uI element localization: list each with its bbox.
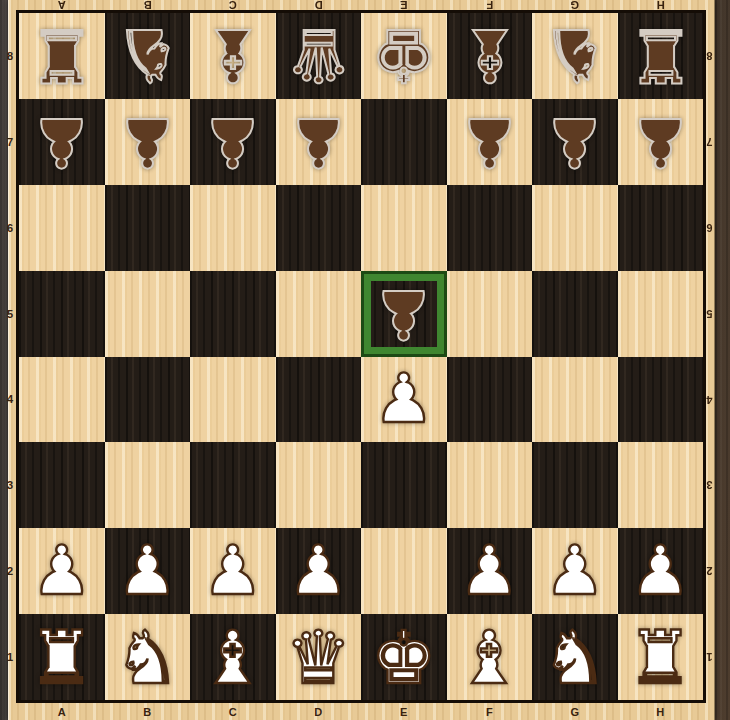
square-h8[interactable]: ♜ xyxy=(618,13,704,99)
piece-white-pawn-e4[interactable]: ♟ xyxy=(373,365,434,433)
piece-white-pawn-b2[interactable]: ♟ xyxy=(117,537,178,605)
file-label-bottom-g: G xyxy=(532,703,618,720)
piece-white-bishop-c1[interactable]: ♝ xyxy=(200,621,265,694)
piece-white-pawn-g2[interactable]: ♟ xyxy=(544,537,605,605)
rank-label-left-8: 8 xyxy=(4,13,16,99)
square-g4[interactable] xyxy=(532,357,618,443)
file-label-top-c: C xyxy=(190,0,276,10)
chess-board: ♜♞♝♛♚♝♞♜♟♟♟♟♟♟♟♟♟♟♟♟♟♟♟♟♜♞♝♛♚♝♞♜ xyxy=(19,13,703,700)
file-labels-top: ABCDEFGH xyxy=(19,0,703,10)
square-a5[interactable] xyxy=(19,271,105,357)
square-f7[interactable]: ♟ xyxy=(447,99,533,185)
square-d2[interactable]: ♟ xyxy=(276,528,362,614)
square-a6[interactable] xyxy=(19,185,105,271)
piece-white-pawn-a2[interactable]: ♟ xyxy=(31,537,92,605)
file-label-bottom-c: C xyxy=(190,703,276,720)
board-border: ♜♞♝♛♚♝♞♜♟♟♟♟♟♟♟♟♟♟♟♟♟♟♟♟♜♞♝♛♚♝♞♜ xyxy=(16,10,706,703)
file-label-top-d: D xyxy=(276,0,362,10)
square-a7[interactable]: ♟ xyxy=(19,99,105,185)
piece-black-knight-g8[interactable]: ♞ xyxy=(542,19,607,92)
square-b8[interactable]: ♞ xyxy=(105,13,191,99)
rank-label-left-3: 3 xyxy=(4,442,16,528)
file-label-bottom-b: B xyxy=(105,703,191,720)
square-c5[interactable] xyxy=(190,271,276,357)
file-label-bottom-a: A xyxy=(19,703,105,720)
square-e7[interactable] xyxy=(361,99,447,185)
square-h5[interactable] xyxy=(618,271,704,357)
piece-black-pawn-a7[interactable]: ♟ xyxy=(31,108,92,176)
rank-label-left-5: 5 xyxy=(4,271,16,357)
square-h3[interactable] xyxy=(618,442,704,528)
file-label-top-g: G xyxy=(532,0,618,10)
piece-black-rook-a8[interactable]: ♜ xyxy=(29,19,94,92)
square-a4[interactable] xyxy=(19,357,105,443)
square-c1[interactable]: ♝ xyxy=(190,614,276,700)
square-g3[interactable] xyxy=(532,442,618,528)
rank-label-left-6: 6 xyxy=(4,185,16,271)
chess-app-background: ABCDEFGH ABCDEFGH 87654321 87654321 ♜♞♝♛… xyxy=(0,0,730,720)
square-c3[interactable] xyxy=(190,442,276,528)
piece-white-knight-g1[interactable]: ♞ xyxy=(542,621,607,694)
square-d5[interactable] xyxy=(276,271,362,357)
square-d1[interactable]: ♛ xyxy=(276,614,362,700)
square-h1[interactable]: ♜ xyxy=(618,614,704,700)
square-f4[interactable] xyxy=(447,357,533,443)
square-g5[interactable] xyxy=(532,271,618,357)
piece-black-pawn-d7[interactable]: ♟ xyxy=(288,108,349,176)
square-g1[interactable]: ♞ xyxy=(532,614,618,700)
piece-black-bishop-f8[interactable]: ♝ xyxy=(457,19,522,92)
piece-white-pawn-f2[interactable]: ♟ xyxy=(459,537,520,605)
piece-black-knight-b8[interactable]: ♞ xyxy=(115,19,180,92)
file-label-bottom-e: E xyxy=(361,703,447,720)
square-f2[interactable]: ♟ xyxy=(447,528,533,614)
square-c6[interactable] xyxy=(190,185,276,271)
rank-label-left-4: 4 xyxy=(4,357,16,443)
square-e8[interactable]: ♚ xyxy=(361,13,447,99)
rank-label-left-1: 1 xyxy=(4,614,16,700)
square-a3[interactable] xyxy=(19,442,105,528)
square-e1[interactable]: ♚ xyxy=(361,614,447,700)
square-a1[interactable]: ♜ xyxy=(19,614,105,700)
file-label-bottom-d: D xyxy=(276,703,362,720)
square-e6[interactable] xyxy=(361,185,447,271)
square-b5[interactable] xyxy=(105,271,191,357)
square-h4[interactable] xyxy=(618,357,704,443)
square-b7[interactable]: ♟ xyxy=(105,99,191,185)
square-c8[interactable]: ♝ xyxy=(190,13,276,99)
square-f1[interactable]: ♝ xyxy=(447,614,533,700)
piece-white-pawn-c2[interactable]: ♟ xyxy=(202,537,263,605)
piece-black-pawn-b7[interactable]: ♟ xyxy=(117,108,178,176)
piece-black-pawn-e5[interactable]: ♟ xyxy=(373,280,434,348)
square-f6[interactable] xyxy=(447,185,533,271)
square-d7[interactable]: ♟ xyxy=(276,99,362,185)
square-h6[interactable] xyxy=(618,185,704,271)
square-a8[interactable]: ♜ xyxy=(19,13,105,99)
square-d6[interactable] xyxy=(276,185,362,271)
square-e5[interactable]: ♟ xyxy=(361,271,447,357)
square-b1[interactable]: ♞ xyxy=(105,614,191,700)
square-e4[interactable]: ♟ xyxy=(361,357,447,443)
file-label-top-b: B xyxy=(105,0,191,10)
piece-black-pawn-f7[interactable]: ♟ xyxy=(459,108,520,176)
square-d8[interactable]: ♛ xyxy=(276,13,362,99)
square-g7[interactable]: ♟ xyxy=(532,99,618,185)
piece-black-rook-h8[interactable]: ♜ xyxy=(628,19,693,92)
file-label-bottom-f: F xyxy=(447,703,533,720)
piece-black-pawn-h7[interactable]: ♟ xyxy=(630,108,691,176)
piece-white-bishop-f1[interactable]: ♝ xyxy=(457,621,522,694)
square-a2[interactable]: ♟ xyxy=(19,528,105,614)
piece-white-king-e1[interactable]: ♚ xyxy=(371,621,436,694)
square-d3[interactable] xyxy=(276,442,362,528)
piece-white-rook-a1[interactable]: ♜ xyxy=(29,621,94,694)
piece-white-pawn-h2[interactable]: ♟ xyxy=(630,537,691,605)
square-f8[interactable]: ♝ xyxy=(447,13,533,99)
square-g2[interactable]: ♟ xyxy=(532,528,618,614)
file-label-bottom-h: H xyxy=(618,703,704,720)
rank-label-left-7: 7 xyxy=(4,99,16,185)
piece-white-knight-b1[interactable]: ♞ xyxy=(115,621,180,694)
square-c7[interactable]: ♟ xyxy=(190,99,276,185)
file-labels-bottom: ABCDEFGH xyxy=(19,703,703,720)
square-h7[interactable]: ♟ xyxy=(618,99,704,185)
file-label-top-h: H xyxy=(618,0,704,10)
piece-white-queen-d1[interactable]: ♛ xyxy=(286,621,351,694)
square-g6[interactable] xyxy=(532,185,618,271)
rank-labels-left: 87654321 xyxy=(4,13,16,700)
square-c4[interactable] xyxy=(190,357,276,443)
square-b3[interactable] xyxy=(105,442,191,528)
piece-black-pawn-c7[interactable]: ♟ xyxy=(202,108,263,176)
square-e2[interactable] xyxy=(361,528,447,614)
square-b4[interactable] xyxy=(105,357,191,443)
rank-label-left-2: 2 xyxy=(4,528,16,614)
piece-black-king-e8[interactable]: ♚ xyxy=(371,19,436,92)
file-label-top-a: A xyxy=(19,0,105,10)
file-label-top-e: E xyxy=(361,0,447,10)
square-c2[interactable]: ♟ xyxy=(190,528,276,614)
square-h2[interactable]: ♟ xyxy=(618,528,704,614)
square-b2[interactable]: ♟ xyxy=(105,528,191,614)
square-e3[interactable] xyxy=(361,442,447,528)
piece-white-rook-h1[interactable]: ♜ xyxy=(628,621,693,694)
piece-black-queen-d8[interactable]: ♛ xyxy=(286,19,351,92)
square-f5[interactable] xyxy=(447,271,533,357)
square-b6[interactable] xyxy=(105,185,191,271)
square-d4[interactable] xyxy=(276,357,362,443)
square-f3[interactable] xyxy=(447,442,533,528)
piece-white-pawn-d2[interactable]: ♟ xyxy=(288,537,349,605)
square-g8[interactable]: ♞ xyxy=(532,13,618,99)
file-label-top-f: F xyxy=(447,0,533,10)
piece-black-bishop-c8[interactable]: ♝ xyxy=(200,19,265,92)
piece-black-pawn-g7[interactable]: ♟ xyxy=(544,108,605,176)
